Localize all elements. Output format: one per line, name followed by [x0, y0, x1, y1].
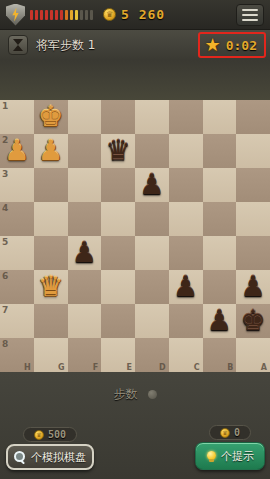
rank-label: 7	[2, 305, 8, 315]
energy-segment	[40, 10, 43, 20]
square-h6[interactable]: 6	[0, 270, 34, 304]
top-status-bar: ♛ 5 260	[0, 0, 270, 30]
hint-button-label: 个提示	[221, 449, 254, 464]
hint-control-group: ♛ 0 个提示	[195, 425, 265, 470]
square-h1[interactable]: 1	[0, 100, 34, 134]
square-h5[interactable]: 5	[0, 236, 34, 270]
square-e5[interactable]	[101, 236, 135, 270]
square-c2[interactable]	[169, 134, 203, 168]
simulate-board-label: 个模拟棋盘	[31, 450, 86, 465]
hamburger-menu-button[interactable]	[236, 4, 264, 26]
coin-balance: 5 260	[121, 7, 165, 22]
black-pawn[interactable]: ♟	[68, 236, 102, 270]
hint-cost-tag: ♛ 0	[209, 425, 251, 440]
square-a8[interactable]: A	[236, 338, 270, 372]
black-pawn[interactable]: ♟	[135, 168, 169, 202]
rank-label: 8	[2, 339, 8, 349]
square-e7[interactable]	[101, 304, 135, 338]
energy-segment	[80, 10, 83, 20]
square-e6[interactable]	[101, 270, 135, 304]
lightbulb-icon	[206, 451, 216, 462]
square-e1[interactable]	[101, 100, 135, 134]
white-queen[interactable]: ♛	[34, 270, 68, 304]
menu-bar	[242, 14, 258, 16]
square-b2[interactable]	[203, 134, 237, 168]
black-pawn[interactable]: ♟	[169, 270, 203, 304]
moves-row: 步数	[0, 386, 270, 403]
energy-segment	[90, 10, 93, 20]
square-g6[interactable]: ♛	[34, 270, 68, 304]
file-label: F	[93, 363, 98, 372]
square-f5[interactable]: ♟	[68, 236, 102, 270]
square-g4[interactable]	[34, 202, 68, 236]
lightning-bolt-icon	[11, 8, 20, 22]
square-f1[interactable]	[68, 100, 102, 134]
rank-label: 1	[2, 101, 8, 111]
shield-icon	[6, 4, 25, 26]
file-label: A	[261, 363, 267, 372]
square-g3[interactable]	[34, 168, 68, 202]
square-d2[interactable]	[135, 134, 169, 168]
chess-puzzle-app: ♛ 5 260 将军步数 1 ★ 0:02 1♚2♟♟♛3♟45♟6♛♟♟7♟♚…	[0, 0, 270, 479]
footer-panel: 步数 ♛ 500 个模拟棋盘 ♛ 0	[0, 372, 270, 479]
rank-label: 6	[2, 271, 8, 281]
timer-value: 0:02	[226, 38, 257, 53]
menu-bar	[242, 9, 258, 11]
black-pawn[interactable]: ♟	[203, 304, 237, 338]
square-c3[interactable]	[169, 168, 203, 202]
square-d5[interactable]	[135, 236, 169, 270]
square-f2[interactable]	[68, 134, 102, 168]
menu-bar	[242, 19, 258, 21]
square-a5[interactable]	[236, 236, 270, 270]
white-king[interactable]: ♚	[34, 100, 68, 134]
rank-label: 3	[2, 169, 8, 179]
square-g5[interactable]	[34, 236, 68, 270]
square-a4[interactable]	[236, 202, 270, 236]
square-a7[interactable]: ♚	[236, 304, 270, 338]
file-label: G	[58, 363, 65, 372]
file-label: E	[127, 363, 132, 372]
square-d3[interactable]: ♟	[135, 168, 169, 202]
square-g2[interactable]: ♟	[34, 134, 68, 168]
square-d7[interactable]	[135, 304, 169, 338]
energy-segment	[85, 10, 88, 20]
square-h4[interactable]: 4	[0, 202, 34, 236]
simulate-control-group: ♛ 500 个模拟棋盘	[6, 427, 94, 470]
square-b7[interactable]: ♟	[203, 304, 237, 338]
square-c4[interactable]	[169, 202, 203, 236]
square-g8[interactable]: G	[34, 338, 68, 372]
simulate-cost: 500	[48, 429, 66, 440]
hint-cost: 0	[234, 427, 240, 438]
black-king[interactable]: ♚	[236, 304, 270, 338]
file-label: B	[227, 363, 233, 372]
square-a3[interactable]	[236, 168, 270, 202]
square-f6[interactable]	[68, 270, 102, 304]
puzzle-info-bar: 将军步数 1 ★ 0:02	[0, 30, 270, 60]
moves-indicator-dot	[148, 390, 157, 399]
puzzle-title: 将军步数 1	[36, 37, 95, 54]
file-label: C	[194, 363, 200, 372]
square-f8[interactable]: F	[68, 338, 102, 372]
chess-board[interactable]: 1♚2♟♟♛3♟45♟6♛♟♟7♟♚8HGFEDCBA	[0, 100, 270, 372]
board-top-margin	[0, 60, 270, 100]
coin-icon: ♛	[34, 430, 44, 440]
square-h2[interactable]: 2♟	[0, 134, 34, 168]
energy-segment	[30, 10, 33, 20]
square-e8[interactable]: E	[101, 338, 135, 372]
moves-label: 步数	[114, 386, 138, 403]
square-c1[interactable]	[169, 100, 203, 134]
file-label: H	[24, 363, 31, 372]
square-a2[interactable]	[236, 134, 270, 168]
square-c7[interactable]	[169, 304, 203, 338]
square-g7[interactable]	[34, 304, 68, 338]
square-c6[interactable]: ♟	[169, 270, 203, 304]
energy-segment	[45, 10, 48, 20]
black-pawn[interactable]: ♟	[236, 270, 270, 304]
square-h8[interactable]: 8H	[0, 338, 34, 372]
energy-segment	[60, 10, 63, 20]
square-c8[interactable]: C	[169, 338, 203, 372]
simulate-board-button[interactable]: 个模拟棋盘	[6, 444, 94, 470]
timer-highlight-box: ★ 0:02	[198, 32, 266, 58]
square-b8[interactable]: B	[203, 338, 237, 372]
black-queen[interactable]: ♛	[101, 134, 135, 168]
white-pawn[interactable]: ♟	[0, 134, 34, 168]
square-g1[interactable]: ♚	[34, 100, 68, 134]
square-h7[interactable]: 7	[0, 304, 34, 338]
rank-label: 5	[2, 237, 8, 247]
square-b6[interactable]	[203, 270, 237, 304]
square-b3[interactable]	[203, 168, 237, 202]
square-h3[interactable]: 3	[0, 168, 34, 202]
energy-segment	[70, 10, 73, 20]
energy-segment	[50, 10, 53, 20]
square-f4[interactable]	[68, 202, 102, 236]
square-f7[interactable]	[68, 304, 102, 338]
square-d1[interactable]	[135, 100, 169, 134]
energy-segment	[75, 10, 78, 20]
magnifier-icon	[14, 451, 26, 463]
hourglass-icon	[8, 35, 28, 55]
square-a1[interactable]	[236, 100, 270, 134]
square-d4[interactable]	[135, 202, 169, 236]
energy-segment	[65, 10, 68, 20]
coin-icon: ♛	[103, 8, 116, 21]
star-icon: ★	[205, 36, 221, 54]
energy-bar	[30, 10, 93, 20]
square-e3[interactable]	[101, 168, 135, 202]
square-d6[interactable]	[135, 270, 169, 304]
white-pawn[interactable]: ♟	[34, 134, 68, 168]
square-e2[interactable]: ♛	[101, 134, 135, 168]
rank-label: 4	[2, 203, 8, 213]
square-e4[interactable]	[101, 202, 135, 236]
square-b1[interactable]	[203, 100, 237, 134]
square-c5[interactable]	[169, 236, 203, 270]
hint-button[interactable]: 个提示	[195, 442, 265, 470]
square-b5[interactable]	[203, 236, 237, 270]
square-f3[interactable]	[68, 168, 102, 202]
coin-icon: ♛	[220, 428, 230, 438]
square-a6[interactable]: ♟	[236, 270, 270, 304]
energy-segment	[55, 10, 58, 20]
square-d8[interactable]: D	[135, 338, 169, 372]
square-b4[interactable]	[203, 202, 237, 236]
file-label: D	[159, 363, 166, 372]
energy-segment	[35, 10, 38, 20]
simulate-cost-tag: ♛ 500	[23, 427, 77, 442]
